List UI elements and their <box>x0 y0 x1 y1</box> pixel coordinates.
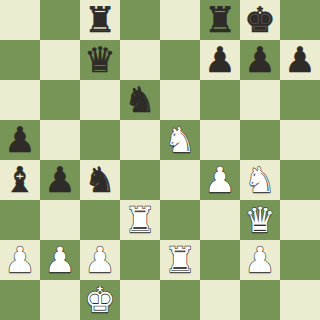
square-e3[interactable] <box>160 200 200 240</box>
square-c5[interactable] <box>80 120 120 160</box>
black-pawn[interactable]: ♟ <box>204 40 235 80</box>
white-rook[interactable]: ♜ <box>124 200 155 240</box>
square-f8[interactable]: ♜ <box>200 0 240 40</box>
square-f5[interactable] <box>200 120 240 160</box>
square-a5[interactable]: ♟ <box>0 120 40 160</box>
square-h1[interactable] <box>280 280 320 320</box>
black-queen[interactable]: ♛ <box>84 40 115 80</box>
square-h3[interactable] <box>280 200 320 240</box>
square-b3[interactable] <box>40 200 80 240</box>
white-pawn[interactable]: ♟ <box>44 240 75 280</box>
square-d5[interactable] <box>120 120 160 160</box>
square-c1[interactable]: ♚ <box>80 280 120 320</box>
white-pawn[interactable]: ♟ <box>244 240 275 280</box>
square-g2[interactable]: ♟ <box>240 240 280 280</box>
white-pawn[interactable]: ♟ <box>4 240 35 280</box>
square-b4[interactable]: ♟ <box>40 160 80 200</box>
square-h4[interactable] <box>280 160 320 200</box>
square-a8[interactable] <box>0 0 40 40</box>
square-h5[interactable] <box>280 120 320 160</box>
black-king[interactable]: ♚ <box>244 0 275 40</box>
black-pawn[interactable]: ♟ <box>4 120 35 160</box>
square-g1[interactable] <box>240 280 280 320</box>
square-b5[interactable] <box>40 120 80 160</box>
white-pawn[interactable]: ♟ <box>84 240 115 280</box>
square-a1[interactable] <box>0 280 40 320</box>
square-e4[interactable] <box>160 160 200 200</box>
square-e1[interactable] <box>160 280 200 320</box>
square-d1[interactable] <box>120 280 160 320</box>
black-knight[interactable]: ♞ <box>124 80 155 120</box>
square-e5[interactable]: ♞ <box>160 120 200 160</box>
square-f6[interactable] <box>200 80 240 120</box>
square-c2[interactable]: ♟ <box>80 240 120 280</box>
black-knight[interactable]: ♞ <box>84 160 115 200</box>
square-d6[interactable]: ♞ <box>120 80 160 120</box>
square-e6[interactable] <box>160 80 200 120</box>
square-a7[interactable] <box>0 40 40 80</box>
square-c7[interactable]: ♛ <box>80 40 120 80</box>
square-f3[interactable] <box>200 200 240 240</box>
black-pawn[interactable]: ♟ <box>284 40 315 80</box>
square-d8[interactable] <box>120 0 160 40</box>
square-b1[interactable] <box>40 280 80 320</box>
square-g5[interactable] <box>240 120 280 160</box>
square-e7[interactable] <box>160 40 200 80</box>
square-h6[interactable] <box>280 80 320 120</box>
square-b8[interactable] <box>40 0 80 40</box>
square-e2[interactable]: ♜ <box>160 240 200 280</box>
square-h8[interactable] <box>280 0 320 40</box>
square-g8[interactable]: ♚ <box>240 0 280 40</box>
square-d7[interactable] <box>120 40 160 80</box>
white-rook[interactable]: ♜ <box>164 240 195 280</box>
white-knight[interactable]: ♞ <box>244 160 275 200</box>
square-a2[interactable]: ♟ <box>0 240 40 280</box>
square-e8[interactable] <box>160 0 200 40</box>
black-rook[interactable]: ♜ <box>84 0 115 40</box>
square-c6[interactable] <box>80 80 120 120</box>
square-h2[interactable] <box>280 240 320 280</box>
white-knight[interactable]: ♞ <box>164 120 195 160</box>
square-d3[interactable]: ♜ <box>120 200 160 240</box>
square-h7[interactable]: ♟ <box>280 40 320 80</box>
black-pawn[interactable]: ♟ <box>244 40 275 80</box>
square-c8[interactable]: ♜ <box>80 0 120 40</box>
square-g6[interactable] <box>240 80 280 120</box>
square-f1[interactable] <box>200 280 240 320</box>
square-a3[interactable] <box>0 200 40 240</box>
square-c4[interactable]: ♞ <box>80 160 120 200</box>
square-a6[interactable] <box>0 80 40 120</box>
black-pawn[interactable]: ♟ <box>44 160 75 200</box>
square-g3[interactable]: ♛ <box>240 200 280 240</box>
square-f4[interactable]: ♟ <box>200 160 240 200</box>
square-f2[interactable] <box>200 240 240 280</box>
square-g4[interactable]: ♞ <box>240 160 280 200</box>
square-f7[interactable]: ♟ <box>200 40 240 80</box>
square-b7[interactable] <box>40 40 80 80</box>
chess-board: ♜♜♚♛♟♟♟♞♟♞♝♟♞♟♞♜♛♟♟♟♜♟♚ <box>0 0 320 320</box>
black-bishop[interactable]: ♝ <box>4 160 35 200</box>
square-d4[interactable] <box>120 160 160 200</box>
black-rook[interactable]: ♜ <box>204 0 235 40</box>
white-pawn[interactable]: ♟ <box>204 160 235 200</box>
white-king[interactable]: ♚ <box>84 280 115 320</box>
square-c3[interactable] <box>80 200 120 240</box>
square-b2[interactable]: ♟ <box>40 240 80 280</box>
square-a4[interactable]: ♝ <box>0 160 40 200</box>
white-queen[interactable]: ♛ <box>244 200 275 240</box>
square-d2[interactable] <box>120 240 160 280</box>
square-b6[interactable] <box>40 80 80 120</box>
square-g7[interactable]: ♟ <box>240 40 280 80</box>
